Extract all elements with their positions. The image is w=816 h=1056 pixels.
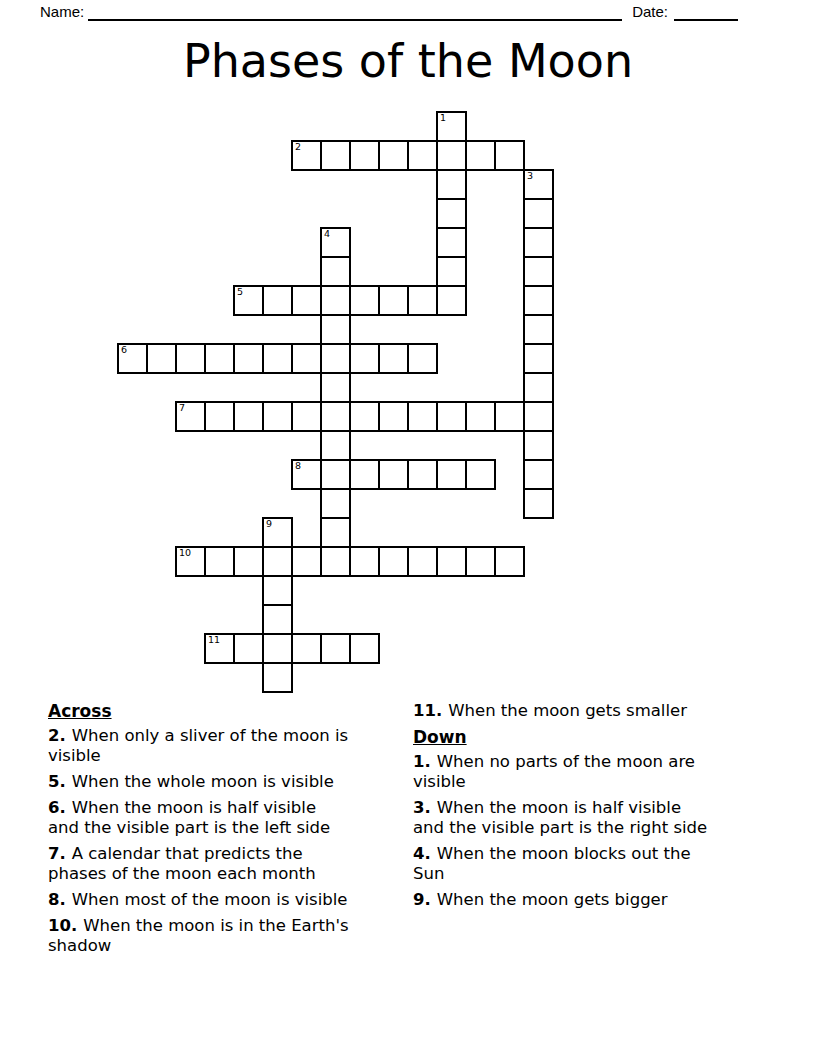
- clue-number: 6.: [48, 798, 66, 817]
- clue-number: 2.: [48, 726, 66, 745]
- grid-cell-r12c14[interactable]: [523, 459, 554, 490]
- grid-cell-r18c6[interactable]: [291, 633, 322, 664]
- grid-cell-r8c8[interactable]: [349, 343, 380, 374]
- grid-cell-r1c12[interactable]: [465, 140, 496, 171]
- grid-cell-r6c10[interactable]: [407, 285, 438, 316]
- grid-cell-r11c14[interactable]: [523, 430, 554, 461]
- clue-text: When the moon gets smaller: [448, 701, 687, 720]
- grid-cell-r15c13[interactable]: [494, 546, 525, 577]
- grid-cell-r6c5[interactable]: [262, 285, 293, 316]
- clue-across-2: 2.When only a sliver of the moon is visi…: [48, 726, 410, 766]
- grid-cell-r12c8[interactable]: [349, 459, 380, 490]
- clue-text: A calendar that predicts the phases of t…: [48, 844, 316, 883]
- clue-across-7: 7.A calendar that predicts the phases of…: [48, 844, 410, 884]
- grid-cell-r7c7[interactable]: [320, 314, 351, 345]
- grid-cell-r13c7[interactable]: [320, 488, 351, 519]
- clue-text: When the moon is half visible and the vi…: [48, 798, 330, 837]
- grid-cell-r5c7[interactable]: [320, 256, 351, 287]
- grid-cell-r15c12[interactable]: [465, 546, 496, 577]
- grid-cell-r8c7[interactable]: [320, 343, 351, 374]
- name-blank-line[interactable]: [88, 6, 622, 21]
- grid-cell-r12c12[interactable]: [465, 459, 496, 490]
- grid-cell-r10c13[interactable]: [494, 401, 525, 432]
- grid-cell-r1c13[interactable]: [494, 140, 525, 171]
- clue-text: When the moon blocks out the Sun: [413, 844, 691, 883]
- clue-text: When only a sliver of the moon is visibl…: [48, 726, 348, 765]
- grid-cell-r15c8[interactable]: [349, 546, 380, 577]
- grid-cell-r19c5[interactable]: [262, 662, 293, 693]
- grid-cell-r14c5[interactable]: 9: [262, 517, 293, 548]
- clue-down-9: 9.When the moon gets bigger: [413, 890, 788, 910]
- grid-cell-r18c4[interactable]: [233, 633, 264, 664]
- grid-cell-r8c4[interactable]: [233, 343, 264, 374]
- grid-cell-r9c7[interactable]: [320, 372, 351, 403]
- grid-cell-r18c5[interactable]: [262, 633, 293, 664]
- grid-cell-r12c7[interactable]: [320, 459, 351, 490]
- clue-number: 10.: [48, 916, 77, 935]
- grid-cell-r18c3[interactable]: 11: [204, 633, 235, 664]
- across-header: Across: [48, 701, 410, 721]
- grid-cell-r8c2[interactable]: [175, 343, 206, 374]
- down-clues-column: 11.When the moon gets smaller Down 1.Whe…: [413, 701, 788, 916]
- clue-number: 3.: [413, 798, 431, 817]
- grid-cell-r6c11[interactable]: [436, 285, 467, 316]
- grid-cell-r15c9[interactable]: [378, 546, 409, 577]
- date-label: Date:: [632, 2, 668, 21]
- clue-down-4: 4.When the moon blocks out the Sun: [413, 844, 788, 884]
- grid-cell-r10c5[interactable]: [262, 401, 293, 432]
- grid-cell-r13c14[interactable]: [523, 488, 554, 519]
- grid-cell-r8c0[interactable]: 6: [117, 343, 148, 374]
- grid-cell-r12c6[interactable]: 8: [291, 459, 322, 490]
- grid-cell-r8c14[interactable]: [523, 343, 554, 374]
- cell-number-9: 9: [266, 519, 272, 529]
- grid-cell-r10c9[interactable]: [378, 401, 409, 432]
- grid-cell-r12c10[interactable]: [407, 459, 438, 490]
- clue-text: When most of the moon is visible: [72, 890, 348, 909]
- clue-number: 11.: [413, 701, 442, 720]
- grid-cell-r8c5[interactable]: [262, 343, 293, 374]
- clue-number: 1.: [413, 752, 431, 771]
- grid-cell-r17c5[interactable]: [262, 604, 293, 635]
- grid-cell-r7c14[interactable]: [523, 314, 554, 345]
- clue-number: 9.: [413, 890, 431, 909]
- clue-down-3: 3.When the moon is half visible and the …: [413, 798, 788, 838]
- grid-cell-r1c11[interactable]: [436, 140, 467, 171]
- grid-cell-r4c7[interactable]: 4: [320, 227, 351, 258]
- grid-cell-r2c14[interactable]: 3: [523, 169, 554, 200]
- clue-number: 7.: [48, 844, 66, 863]
- grid-cell-r10c11[interactable]: [436, 401, 467, 432]
- grid-cell-r15c10[interactable]: [407, 546, 438, 577]
- grid-cell-r8c9[interactable]: [378, 343, 409, 374]
- grid-cell-r18c8[interactable]: [349, 633, 380, 664]
- cell-number-4: 4: [324, 229, 330, 239]
- page-title: Phases of the Moon: [0, 33, 816, 89]
- grid-cell-r8c1[interactable]: [146, 343, 177, 374]
- grid-cell-r15c6[interactable]: [291, 546, 322, 577]
- date-blank-line[interactable]: [674, 6, 738, 21]
- grid-cell-r8c6[interactable]: [291, 343, 322, 374]
- grid-cell-r6c6[interactable]: [291, 285, 322, 316]
- grid-cell-r15c3[interactable]: [204, 546, 235, 577]
- worksheet-header: Name: Date:: [40, 1, 776, 21]
- cell-number-2: 2: [295, 142, 301, 152]
- grid-cell-r3c14[interactable]: [523, 198, 554, 229]
- grid-cell-r10c2[interactable]: 7: [175, 401, 206, 432]
- cell-number-3: 3: [527, 171, 533, 181]
- grid-cell-r6c9[interactable]: [378, 285, 409, 316]
- grid-cell-r15c7[interactable]: [320, 546, 351, 577]
- clue-across-10: 10.When the moon is in the Earth's shado…: [48, 916, 410, 956]
- clue-down-1: 1.When no parts of the moon are visible: [413, 752, 788, 792]
- grid-cell-r1c9[interactable]: [378, 140, 409, 171]
- cell-number-5: 5: [237, 287, 243, 297]
- grid-cell-r6c7[interactable]: [320, 285, 351, 316]
- grid-cell-r3c11[interactable]: [436, 198, 467, 229]
- grid-cell-r0c11[interactable]: 1: [436, 111, 467, 142]
- grid-cell-r6c8[interactable]: [349, 285, 380, 316]
- grid-cell-r10c4[interactable]: [233, 401, 264, 432]
- grid-cell-r5c14[interactable]: [523, 256, 554, 287]
- across-clues-column: Across 2.When only a sliver of the moon …: [48, 701, 410, 962]
- grid-cell-r12c11[interactable]: [436, 459, 467, 490]
- clue-text: When the whole moon is visible: [72, 772, 334, 791]
- grid-cell-r9c14[interactable]: [523, 372, 554, 403]
- grid-cell-r10c12[interactable]: [465, 401, 496, 432]
- grid-cell-r18c7[interactable]: [320, 633, 351, 664]
- name-label: Name:: [40, 2, 84, 21]
- clue-across-6: 6.When the moon is half visible and the …: [48, 798, 410, 838]
- grid-cell-r1c6[interactable]: 2: [291, 140, 322, 171]
- cell-number-10: 10: [179, 548, 191, 558]
- grid-cell-r16c5[interactable]: [262, 575, 293, 606]
- grid-cell-r12c9[interactable]: [378, 459, 409, 490]
- grid-cell-r15c2[interactable]: 10: [175, 546, 206, 577]
- cell-number-6: 6: [121, 345, 127, 355]
- grid-cell-r10c14[interactable]: [523, 401, 554, 432]
- grid-cell-r11c7[interactable]: [320, 430, 351, 461]
- grid-cell-r6c14[interactable]: [523, 285, 554, 316]
- clue-number: 4.: [413, 844, 431, 863]
- clue-across-8: 8.When most of the moon is visible: [48, 890, 410, 910]
- clue-across-5: 5.When the whole moon is visible: [48, 772, 410, 792]
- grid-cell-r10c3[interactable]: [204, 401, 235, 432]
- grid-cell-r1c7[interactable]: [320, 140, 351, 171]
- grid-cell-r10c10[interactable]: [407, 401, 438, 432]
- grid-cell-r6c4[interactable]: 5: [233, 285, 264, 316]
- grid-cell-r1c10[interactable]: [407, 140, 438, 171]
- cell-number-8: 8: [295, 461, 301, 471]
- grid-cell-r10c7[interactable]: [320, 401, 351, 432]
- grid-cell-r8c3[interactable]: [204, 343, 235, 374]
- clue-text: When the moon is in the Earth's shadow: [48, 916, 349, 955]
- grid-cell-r8c10[interactable]: [407, 343, 438, 374]
- grid-cell-r2c11[interactable]: [436, 169, 467, 200]
- grid-cell-r10c6[interactable]: [291, 401, 322, 432]
- clue-text: When the moon gets bigger: [437, 890, 668, 909]
- clue-number: 5.: [48, 772, 66, 791]
- clue-text: When the moon is half visible and the vi…: [413, 798, 707, 837]
- down-header: Down: [413, 727, 788, 747]
- grid-cell-r15c11[interactable]: [436, 546, 467, 577]
- cell-number-7: 7: [179, 403, 185, 413]
- grid-cell-r14c7[interactable]: [320, 517, 351, 548]
- grid-cell-r10c8[interactable]: [349, 401, 380, 432]
- clue-text: When no parts of the moon are visible: [413, 752, 695, 791]
- grid-cell-r1c8[interactable]: [349, 140, 380, 171]
- grid-cell-r4c11[interactable]: [436, 227, 467, 258]
- clue-number: 8.: [48, 890, 66, 909]
- grid-cell-r5c11[interactable]: [436, 256, 467, 287]
- cell-number-11: 11: [208, 635, 220, 645]
- clue-across-11: 11.When the moon gets smaller: [413, 701, 788, 721]
- grid-cell-r4c14[interactable]: [523, 227, 554, 258]
- grid-cell-r15c5[interactable]: [262, 546, 293, 577]
- cell-number-1: 1: [440, 113, 446, 123]
- crossword-grid: 1234567891011: [117, 111, 554, 693]
- grid-cell-r15c4[interactable]: [233, 546, 264, 577]
